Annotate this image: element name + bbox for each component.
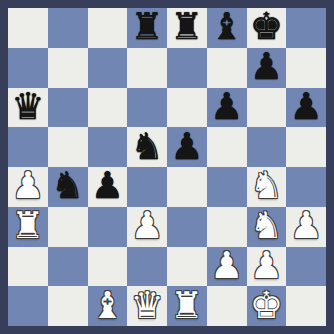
square-f7[interactable]	[207, 48, 247, 88]
square-b8[interactable]	[48, 8, 88, 48]
square-f2[interactable]: ♟	[207, 247, 247, 287]
piece-black-queen[interactable]: ♛	[11, 88, 44, 125]
square-c6[interactable]	[88, 88, 128, 128]
square-c2[interactable]	[88, 247, 128, 287]
square-b4[interactable]: ♞	[48, 167, 88, 207]
piece-black-bishop[interactable]: ♝	[210, 8, 243, 45]
square-e3[interactable]	[167, 207, 207, 247]
square-f6[interactable]: ♟	[207, 88, 247, 128]
square-c4[interactable]: ♟	[88, 167, 128, 207]
square-c7[interactable]	[88, 48, 128, 88]
square-h3[interactable]: ♟	[286, 207, 326, 247]
square-d8[interactable]: ♜	[127, 8, 167, 48]
square-h5[interactable]	[286, 127, 326, 167]
square-g6[interactable]	[247, 88, 287, 128]
square-a6[interactable]: ♛	[8, 88, 48, 128]
piece-white-bishop[interactable]: ♝	[91, 287, 124, 324]
piece-white-pawn[interactable]: ♟	[290, 207, 323, 244]
piece-white-pawn[interactable]: ♟	[250, 247, 283, 284]
square-h7[interactable]	[286, 48, 326, 88]
square-f5[interactable]	[207, 127, 247, 167]
piece-black-rook[interactable]: ♜	[170, 8, 203, 45]
square-a4[interactable]: ♟	[8, 167, 48, 207]
square-f4[interactable]	[207, 167, 247, 207]
square-b5[interactable]	[48, 127, 88, 167]
square-e6[interactable]	[167, 88, 207, 128]
square-f8[interactable]: ♝	[207, 8, 247, 48]
piece-white-pawn[interactable]: ♟	[131, 207, 164, 244]
piece-black-knight[interactable]: ♞	[131, 128, 164, 165]
square-b2[interactable]	[48, 247, 88, 287]
square-a2[interactable]	[8, 247, 48, 287]
piece-black-king[interactable]: ♚	[250, 8, 283, 45]
piece-black-pawn[interactable]: ♟	[210, 88, 243, 125]
square-c1[interactable]: ♝	[88, 286, 128, 326]
square-f1[interactable]	[207, 286, 247, 326]
square-f3[interactable]	[207, 207, 247, 247]
square-a8[interactable]	[8, 8, 48, 48]
square-g7[interactable]: ♟	[247, 48, 287, 88]
square-g8[interactable]: ♚	[247, 8, 287, 48]
square-b3[interactable]	[48, 207, 88, 247]
square-h8[interactable]	[286, 8, 326, 48]
square-d5[interactable]: ♞	[127, 127, 167, 167]
piece-black-pawn[interactable]: ♟	[250, 48, 283, 85]
square-d4[interactable]	[127, 167, 167, 207]
piece-white-rook[interactable]: ♜	[170, 287, 203, 324]
square-e7[interactable]	[167, 48, 207, 88]
square-g5[interactable]	[247, 127, 287, 167]
square-e5[interactable]: ♟	[167, 127, 207, 167]
square-h6[interactable]: ♟	[286, 88, 326, 128]
square-a7[interactable]	[8, 48, 48, 88]
square-e1[interactable]: ♜	[167, 286, 207, 326]
piece-white-king[interactable]: ♚	[250, 287, 283, 324]
square-c8[interactable]	[88, 8, 128, 48]
piece-black-rook[interactable]: ♜	[131, 8, 164, 45]
square-e2[interactable]	[167, 247, 207, 287]
piece-white-knight[interactable]: ♞	[250, 207, 283, 244]
square-h1[interactable]	[286, 286, 326, 326]
chess-board: ♜♜♝♚♟♛♟♟♞♟♟♞♟♞♜♟♞♟♟♟♝♛♜♚	[8, 8, 326, 326]
square-d2[interactable]	[127, 247, 167, 287]
piece-white-knight[interactable]: ♞	[250, 167, 283, 204]
square-d6[interactable]	[127, 88, 167, 128]
piece-white-pawn[interactable]: ♟	[210, 247, 243, 284]
square-g4[interactable]: ♞	[247, 167, 287, 207]
piece-black-knight[interactable]: ♞	[51, 167, 84, 204]
square-g1[interactable]: ♚	[247, 286, 287, 326]
square-h2[interactable]	[286, 247, 326, 287]
square-b1[interactable]	[48, 286, 88, 326]
piece-white-pawn[interactable]: ♟	[11, 167, 44, 204]
square-e4[interactable]	[167, 167, 207, 207]
piece-white-queen[interactable]: ♛	[131, 287, 164, 324]
piece-black-pawn[interactable]: ♟	[170, 128, 203, 165]
square-d1[interactable]: ♛	[127, 286, 167, 326]
square-b7[interactable]	[48, 48, 88, 88]
square-a5[interactable]	[8, 127, 48, 167]
square-e8[interactable]: ♜	[167, 8, 207, 48]
square-b6[interactable]	[48, 88, 88, 128]
square-c3[interactable]	[88, 207, 128, 247]
piece-black-pawn[interactable]: ♟	[290, 88, 323, 125]
square-d3[interactable]: ♟	[127, 207, 167, 247]
piece-black-pawn[interactable]: ♟	[91, 167, 124, 204]
square-a1[interactable]	[8, 286, 48, 326]
piece-white-rook[interactable]: ♜	[11, 207, 44, 244]
square-a3[interactable]: ♜	[8, 207, 48, 247]
square-d7[interactable]	[127, 48, 167, 88]
square-c5[interactable]	[88, 127, 128, 167]
square-g3[interactable]: ♞	[247, 207, 287, 247]
square-g2[interactable]: ♟	[247, 247, 287, 287]
square-h4[interactable]	[286, 167, 326, 207]
board-frame: ♜♜♝♚♟♛♟♟♞♟♟♞♟♞♜♟♞♟♟♟♝♛♜♚	[0, 0, 334, 334]
